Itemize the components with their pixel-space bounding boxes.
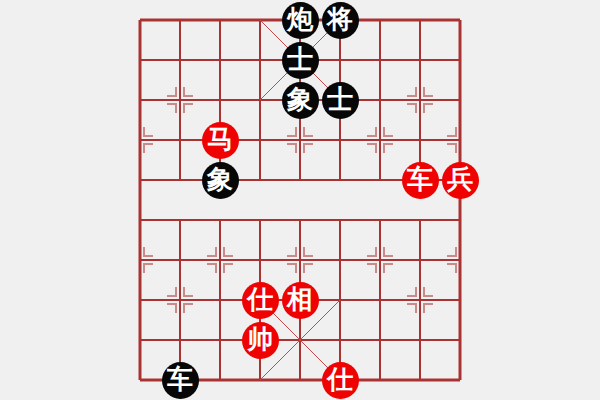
piece-red-advisor-2[interactable]: 仕 bbox=[322, 362, 359, 399]
piece-black-advisor-2[interactable]: 士 bbox=[322, 82, 359, 119]
piece-red-chariot[interactable]: 车 bbox=[402, 162, 439, 199]
piece-red-advisor-1[interactable]: 仕 bbox=[242, 282, 279, 319]
piece-red-king[interactable]: 帅 bbox=[242, 322, 279, 359]
piece-black-elephant-2[interactable]: 象 bbox=[202, 162, 239, 199]
piece-red-elephant[interactable]: 相 bbox=[282, 282, 319, 319]
piece-red-soldier[interactable]: 兵 bbox=[442, 162, 479, 199]
piece-black-cannon[interactable]: 炮 bbox=[282, 2, 319, 39]
piece-black-chariot[interactable]: 车 bbox=[162, 362, 199, 399]
piece-red-horse[interactable]: 马 bbox=[202, 122, 239, 159]
pieces-layer: 炮将士象士马象车兵仕相帅车仕 bbox=[120, 0, 480, 400]
piece-black-king[interactable]: 将 bbox=[322, 2, 359, 39]
xiangqi-board: 炮将士象士马象车兵仕相帅车仕 bbox=[0, 0, 600, 400]
piece-black-elephant-1[interactable]: 象 bbox=[282, 82, 319, 119]
piece-black-advisor-1[interactable]: 士 bbox=[282, 42, 319, 79]
